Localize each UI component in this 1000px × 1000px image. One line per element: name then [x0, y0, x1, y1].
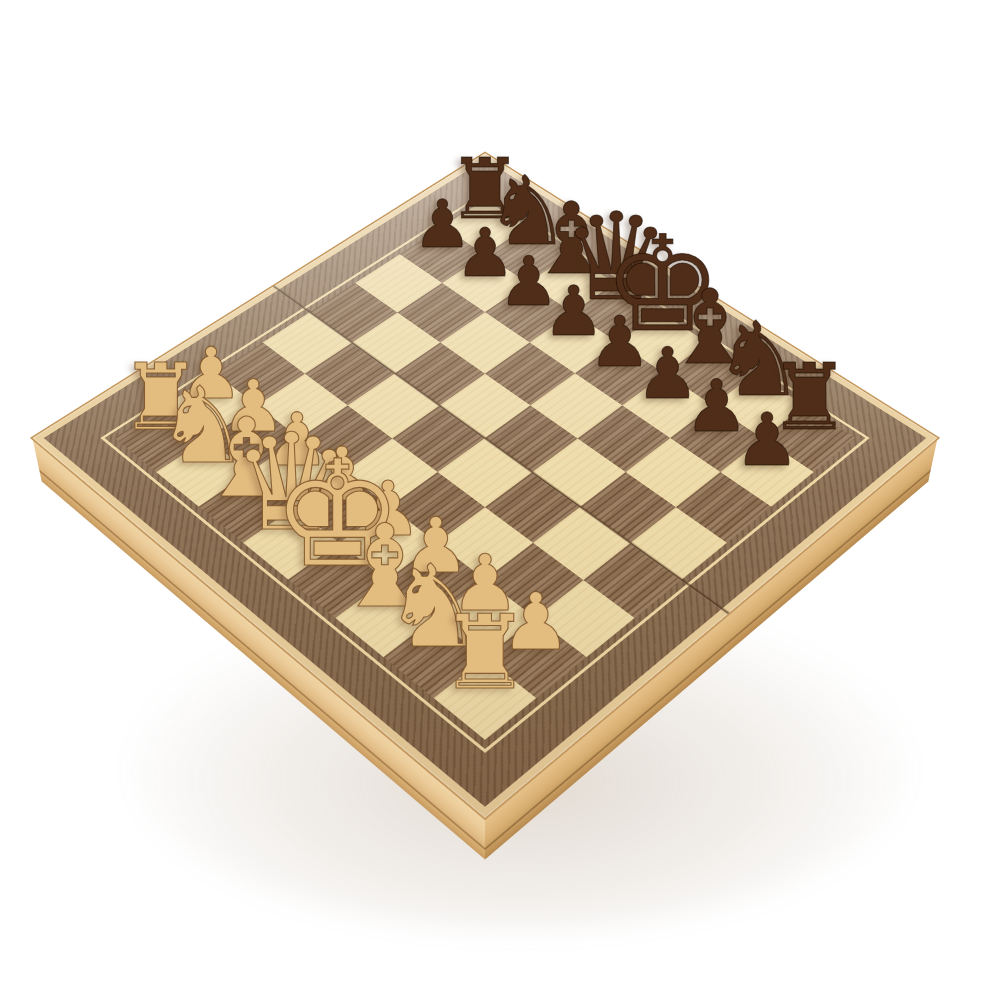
- square-h3: [535, 580, 635, 658]
- square-e3: [390, 472, 485, 543]
- square-h1: [433, 657, 536, 740]
- square-g3: [485, 543, 583, 618]
- square-h4: [583, 543, 681, 618]
- square-g1: [383, 618, 485, 698]
- square-f2: [387, 543, 485, 618]
- square-e2: [340, 507, 437, 580]
- square-f5: [532, 438, 626, 507]
- square-h7: [720, 438, 814, 507]
- square-h5: [630, 507, 727, 580]
- square-b1: [156, 438, 250, 507]
- square-g4: [533, 507, 630, 580]
- square-h6: [676, 472, 771, 543]
- square-f1: [335, 580, 435, 658]
- square-d2: [294, 472, 389, 543]
- square-f3: [437, 507, 534, 580]
- square-f4: [485, 472, 580, 543]
- square-c2: [250, 438, 344, 507]
- square-g6: [626, 438, 720, 507]
- square-c1: [199, 472, 294, 543]
- square-d1: [243, 507, 340, 580]
- square-d3: [344, 438, 438, 507]
- square-g2: [435, 580, 535, 658]
- square-h2: [485, 618, 587, 698]
- product-photo-stage: ♜♞♝♛♚♝♞♜♟♟♟♟♟♟♟♟♟♟♟♟♟♟♟♟♜♞♝♛♚♝♞♜: [0, 0, 1000, 1000]
- square-e4: [438, 438, 532, 507]
- square-e1: [288, 543, 386, 618]
- square-g5: [580, 472, 675, 543]
